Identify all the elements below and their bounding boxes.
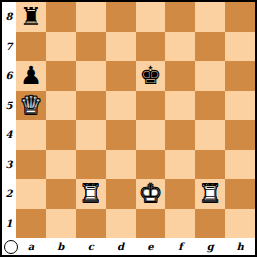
- square-d8[interactable]: [106, 2, 136, 32]
- rank-labels: 87654321: [2, 2, 16, 238]
- rank-label-1: 1: [2, 209, 16, 239]
- square-f1[interactable]: [165, 209, 195, 239]
- square-b5[interactable]: [46, 91, 76, 121]
- rank-label-2: 2: [2, 179, 16, 209]
- file-label-e: e: [136, 241, 166, 252]
- square-e7[interactable]: [136, 32, 166, 62]
- square-g6[interactable]: [195, 61, 225, 91]
- square-e3[interactable]: [136, 150, 166, 180]
- rank-label-7: 7: [2, 32, 16, 62]
- square-d6[interactable]: [106, 61, 136, 91]
- rank-label-5: 5: [2, 91, 16, 121]
- square-f3[interactable]: [165, 150, 195, 180]
- square-a8[interactable]: ♜: [16, 2, 46, 32]
- square-a1[interactable]: [16, 209, 46, 239]
- square-d4[interactable]: [106, 120, 136, 150]
- square-e2[interactable]: ♚♔: [136, 179, 166, 209]
- square-h1[interactable]: [225, 209, 255, 239]
- square-h8[interactable]: [225, 2, 255, 32]
- bottom-strip: abcdefgh: [2, 238, 255, 255]
- square-h5[interactable]: [225, 91, 255, 121]
- square-d5[interactable]: [106, 91, 136, 121]
- square-f2[interactable]: [165, 179, 195, 209]
- square-h7[interactable]: [225, 32, 255, 62]
- black-rook-glyph: ♜: [20, 4, 42, 29]
- white-rook-outline: ♖: [79, 181, 101, 206]
- white-queen-outline: ♕: [20, 93, 42, 118]
- white-rook[interactable]: ♜♖: [79, 181, 101, 206]
- white-rook-outline: ♖: [199, 181, 221, 206]
- square-h4[interactable]: [225, 120, 255, 150]
- rank-label-4: 4: [2, 120, 16, 150]
- square-g8[interactable]: [195, 2, 225, 32]
- rank-label-3: 3: [2, 150, 16, 180]
- black-pawn-glyph: ♟: [20, 63, 42, 88]
- file-label-c: c: [76, 241, 106, 252]
- black-king[interactable]: ♚: [139, 63, 161, 88]
- square-a5[interactable]: ♛♕: [16, 91, 46, 121]
- square-f8[interactable]: [165, 2, 195, 32]
- square-b3[interactable]: [46, 150, 76, 180]
- square-a3[interactable]: [16, 150, 46, 180]
- square-h6[interactable]: [225, 61, 255, 91]
- square-c4[interactable]: [76, 120, 106, 150]
- square-c6[interactable]: [76, 61, 106, 91]
- square-c1[interactable]: [76, 209, 106, 239]
- file-label-g: g: [195, 241, 225, 252]
- square-b8[interactable]: [46, 2, 76, 32]
- white-king[interactable]: ♚♔: [139, 181, 161, 206]
- white-rook[interactable]: ♜♖: [199, 181, 221, 206]
- square-f7[interactable]: [165, 32, 195, 62]
- file-label-d: d: [106, 241, 136, 252]
- file-label-h: h: [225, 241, 255, 252]
- chess-diagram: 87654321 ♜♟♚♛♕♜♖♚♔♜♖ abcdefgh: [0, 0, 257, 257]
- black-pawn[interactable]: ♟: [20, 63, 42, 88]
- white-queen[interactable]: ♛♕: [20, 93, 42, 118]
- white-king-outline: ♔: [139, 181, 161, 206]
- square-e8[interactable]: [136, 2, 166, 32]
- square-b4[interactable]: [46, 120, 76, 150]
- square-d3[interactable]: [106, 150, 136, 180]
- square-g3[interactable]: [195, 150, 225, 180]
- file-label-b: b: [46, 241, 76, 252]
- square-g4[interactable]: [195, 120, 225, 150]
- square-d7[interactable]: [106, 32, 136, 62]
- square-e5[interactable]: [136, 91, 166, 121]
- square-b7[interactable]: [46, 32, 76, 62]
- square-h2[interactable]: [225, 179, 255, 209]
- square-f6[interactable]: [165, 61, 195, 91]
- square-c8[interactable]: [76, 2, 106, 32]
- square-b6[interactable]: [46, 61, 76, 91]
- square-c3[interactable]: [76, 150, 106, 180]
- square-h3[interactable]: [225, 150, 255, 180]
- black-rook[interactable]: ♜: [20, 4, 42, 29]
- square-g1[interactable]: [195, 209, 225, 239]
- square-a7[interactable]: [16, 32, 46, 62]
- square-e6[interactable]: ♚: [136, 61, 166, 91]
- square-c5[interactable]: [76, 91, 106, 121]
- square-d1[interactable]: [106, 209, 136, 239]
- square-g7[interactable]: [195, 32, 225, 62]
- file-label-f: f: [165, 241, 195, 252]
- black-king-glyph: ♚: [139, 63, 161, 88]
- rank-label-8: 8: [2, 2, 16, 32]
- square-e1[interactable]: [136, 209, 166, 239]
- square-b1[interactable]: [46, 209, 76, 239]
- square-c7[interactable]: [76, 32, 106, 62]
- chess-board: ♜♟♚♛♕♜♖♚♔♜♖: [16, 2, 255, 238]
- rank-label-6: 6: [2, 61, 16, 91]
- square-d2[interactable]: [106, 179, 136, 209]
- square-e4[interactable]: [136, 120, 166, 150]
- square-a4[interactable]: [16, 120, 46, 150]
- square-f4[interactable]: [165, 120, 195, 150]
- square-b2[interactable]: [46, 179, 76, 209]
- file-label-a: a: [16, 241, 46, 252]
- square-g2[interactable]: ♜♖: [195, 179, 225, 209]
- square-a6[interactable]: ♟: [16, 61, 46, 91]
- square-a2[interactable]: [16, 179, 46, 209]
- square-c2[interactable]: ♜♖: [76, 179, 106, 209]
- square-g5[interactable]: [195, 91, 225, 121]
- square-f5[interactable]: [165, 91, 195, 121]
